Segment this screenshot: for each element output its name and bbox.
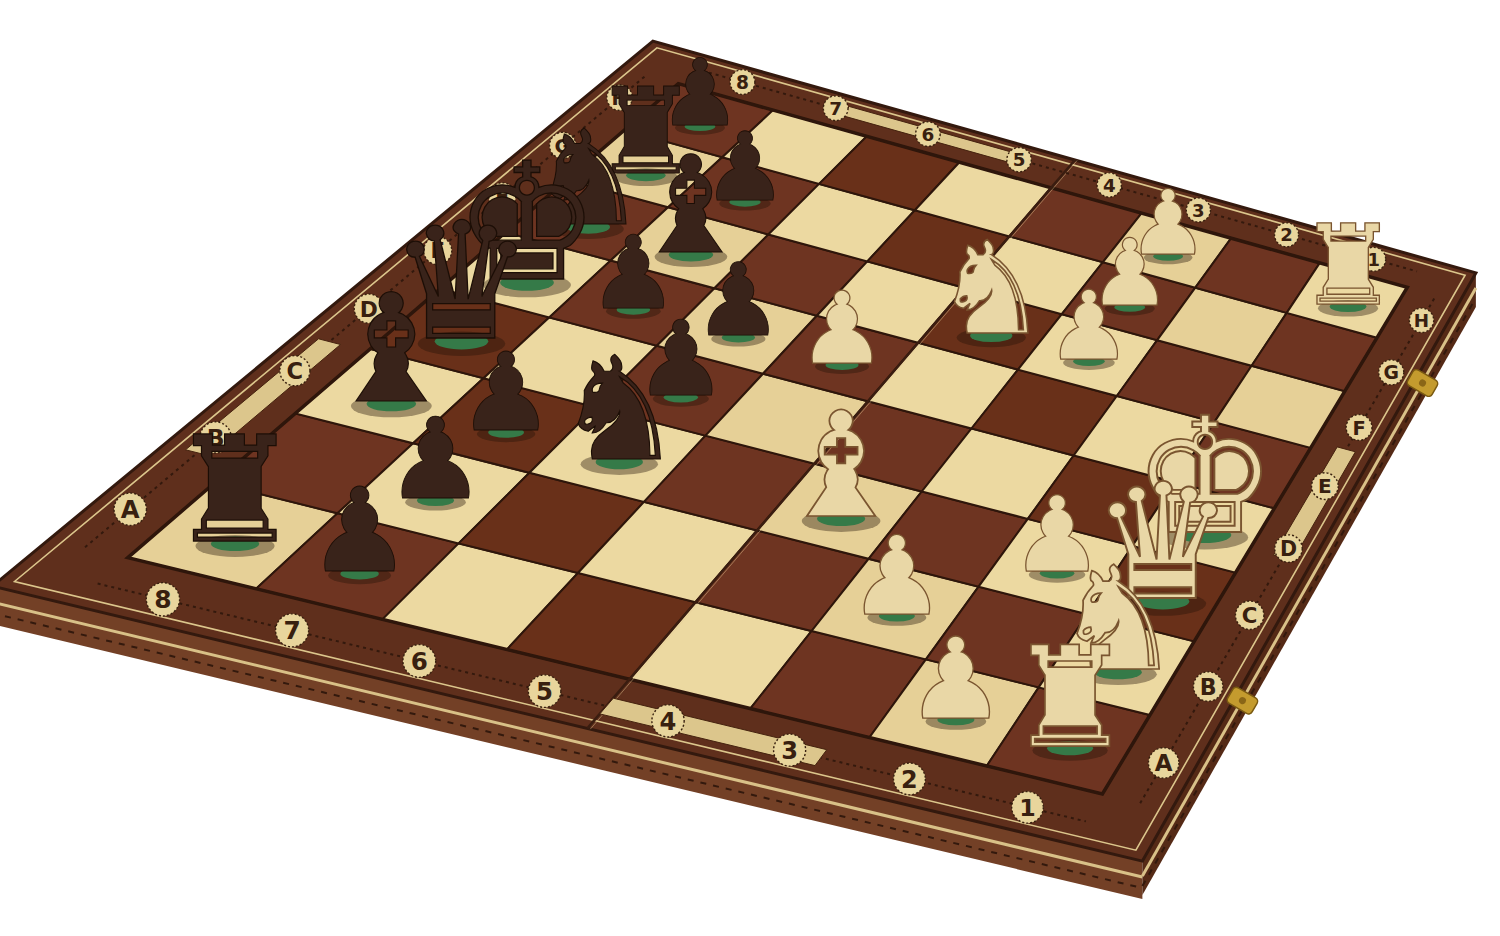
label-file-b-near-edge: B	[1193, 672, 1222, 701]
piece-glyph-white-rook: ♜	[1298, 201, 1398, 330]
label-rank-8-near-edge-text: 8	[154, 585, 171, 614]
label-file-d-near-edge: D	[1275, 535, 1303, 563]
label-rank-4-far-edge-text: 4	[1103, 175, 1116, 196]
piece-glyph-white-rook: ♜	[1008, 617, 1133, 779]
piece-glyph-white-pawn: ♟	[906, 614, 1007, 744]
label-file-e-near-edge: E	[1312, 473, 1339, 500]
label-file-c-near-edge-text: C	[1242, 603, 1258, 628]
chess-set-photo: AABBCCDDEEFFGGHH8877665544332211♟♜♟♞♝♟♚♜…	[0, 0, 1500, 936]
label-file-f-near-edge-text: F	[1352, 417, 1365, 440]
label-rank-5-near-edge-text: 5	[536, 677, 553, 706]
label-rank-7-near-edge: 7	[276, 614, 309, 647]
piece-white-pawn-f3: ♟	[1046, 270, 1132, 382]
label-file-h-near-edge-text: H	[1414, 310, 1429, 331]
label-rank-8-near-edge: 8	[146, 583, 179, 616]
label-rank-5-far-edge-text: 5	[1013, 149, 1026, 170]
label-file-c-far-edge-text: C	[287, 358, 304, 384]
label-rank-2-near-edge-text: 2	[901, 766, 918, 794]
label-file-a-far-edge: A	[114, 493, 146, 525]
label-rank-1-near-edge-text: 1	[1019, 794, 1035, 822]
label-rank-2-near-edge: 2	[894, 763, 926, 795]
label-file-f-near-edge: F	[1346, 415, 1372, 441]
label-rank-7-near-edge-text: 7	[283, 616, 300, 645]
piece-white-rook-a1: ♜	[1008, 617, 1133, 779]
label-rank-7-far-edge-text: 7	[829, 98, 842, 119]
piece-glyph-white-pawn: ♟	[1046, 270, 1132, 382]
piece-glyph-black-rook: ♜	[169, 405, 300, 576]
piece-glyph-black-pawn: ♟	[307, 463, 411, 598]
piece-glyph-white-knight: ♞	[934, 214, 1049, 363]
label-file-a-near-edge-text: A	[1155, 750, 1173, 776]
label-rank-2-far-edge-text: 2	[1280, 224, 1293, 245]
piece-white-pawn-e5: ♟	[797, 270, 887, 387]
label-rank-6-far-edge-text: 6	[922, 124, 935, 145]
label-rank-3-near-edge-text: 3	[781, 737, 798, 765]
label-rank-1-near-edge: 1	[1012, 792, 1044, 824]
label-file-h-near-edge: H	[1409, 308, 1433, 332]
label-file-e-near-edge-text: E	[1318, 474, 1332, 498]
label-rank-6-far-edge: 6	[916, 122, 941, 147]
label-file-a-far-edge-text: A	[121, 495, 140, 524]
label-rank-2-far-edge: 2	[1275, 223, 1299, 247]
piece-black-knight-c6: ♞	[555, 326, 683, 493]
label-rank-4-near-edge: 4	[652, 705, 684, 737]
label-rank-5-near-edge: 5	[528, 675, 561, 708]
label-rank-6-near-edge: 6	[403, 645, 436, 678]
label-file-c-far-edge: C	[280, 356, 310, 386]
label-file-d-near-edge-text: D	[1280, 537, 1297, 561]
label-rank-5-far-edge: 5	[1007, 147, 1031, 171]
piece-glyph-white-pawn: ♟	[797, 270, 887, 387]
label-file-g-near-edge-text: G	[1383, 362, 1398, 383]
piece-white-pawn-a2: ♟	[906, 614, 1007, 744]
label-rank-4-near-edge-text: 4	[660, 708, 677, 736]
label-rank-6-near-edge-text: 6	[411, 647, 428, 676]
label-rank-7-far-edge: 7	[823, 96, 848, 121]
piece-white-rook-h1: ♜	[1298, 201, 1398, 330]
piece-black-pawn-a7: ♟	[307, 463, 411, 598]
piece-glyph-black-knight: ♞	[555, 326, 683, 493]
piece-white-knight-f4: ♞	[934, 214, 1049, 363]
label-rank-4-far-edge: 4	[1097, 173, 1121, 197]
label-file-a-near-edge: A	[1148, 748, 1178, 778]
board-photo-svg: AABBCCDDEEFFGGHH8877665544332211♟♜♟♞♝♟♚♜…	[0, 0, 1500, 936]
piece-black-rook-a8: ♜	[169, 405, 300, 576]
label-file-b-near-edge-text: B	[1200, 674, 1217, 700]
label-rank-3-near-edge: 3	[774, 734, 806, 766]
label-file-g-near-edge: G	[1379, 360, 1404, 385]
label-file-c-near-edge: C	[1235, 601, 1263, 629]
